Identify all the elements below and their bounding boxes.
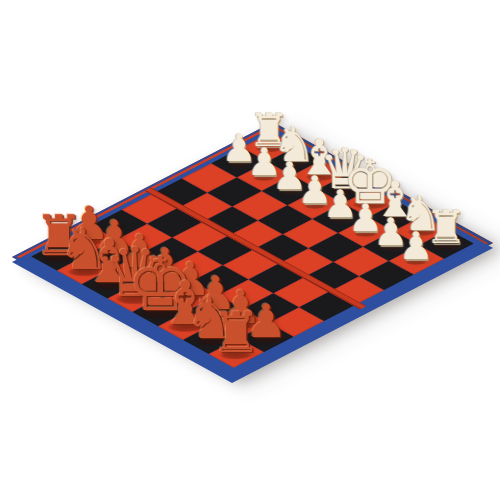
- piece-white-pawn[interactable]: ♟: [399, 227, 433, 265]
- photo-stage: ♜♞♝♛♚♝♞♜♟♟♟♟♟♟♟♟♟♟♟♟♟♟♟♟♜♞♝♛♚♝♞♜: [0, 0, 500, 500]
- piece-red-rook[interactable]: ♜: [211, 305, 261, 361]
